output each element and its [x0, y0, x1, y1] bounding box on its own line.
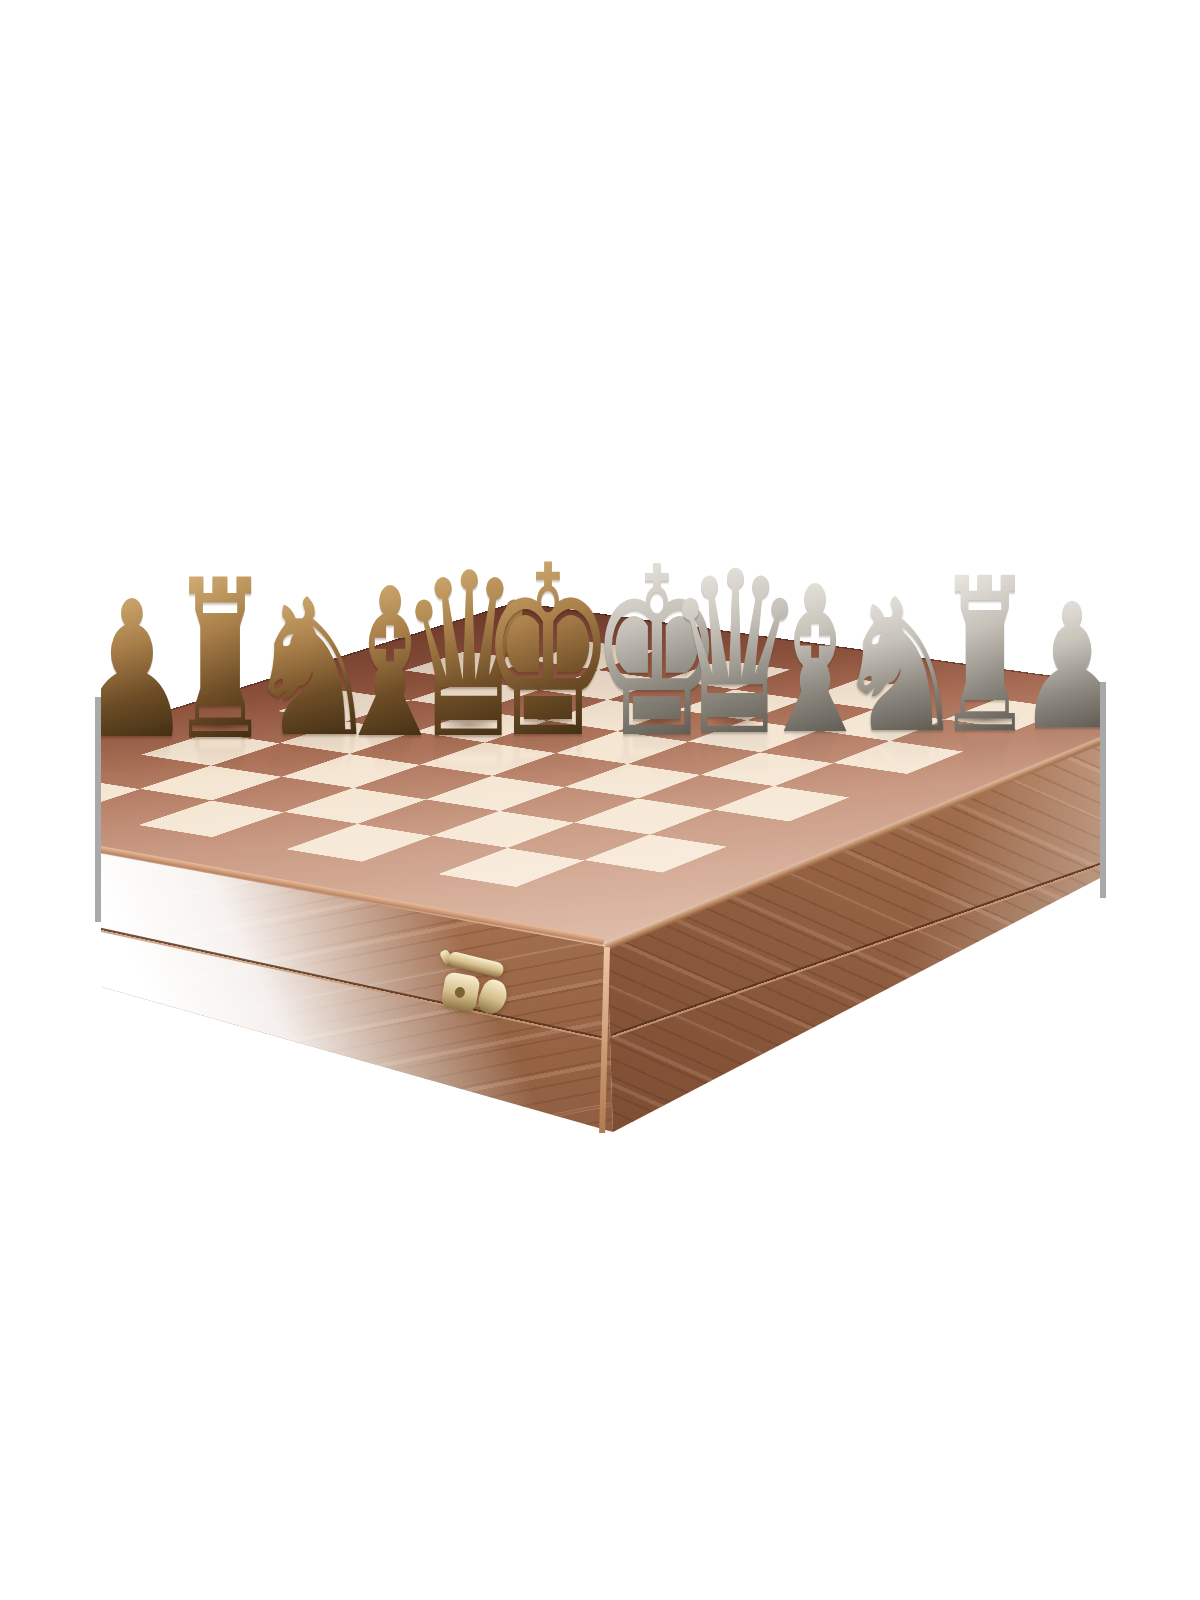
scene: ♟♟♜♜♞♞♝♝♛♛♚♚♚♚♛♛♝♝♞♞♜♜♟♟ [101, 0, 1100, 1600]
piece-row: ♟♟♜♜♞♞♝♝♛♛♚♚♚♚♛♛♝♝♞♞♜♜♟♟ [101, 0, 1100, 1600]
photo-caption: Product photo on a white background: a c… [0, 0, 1, 1]
silver-pawn-glyph: ♟ [1016, 581, 1100, 754]
photo-crop-region: ♟♟♜♜♞♞♝♝♛♛♚♚♚♚♛♛♝♝♞♞♜♜♟♟ [101, 0, 1100, 1600]
photo-edge-artifact-right [1100, 682, 1106, 898]
product-photo: Product photo on a white background: a c… [0, 0, 1200, 1600]
photo-edge-artifact-left [95, 697, 101, 922]
